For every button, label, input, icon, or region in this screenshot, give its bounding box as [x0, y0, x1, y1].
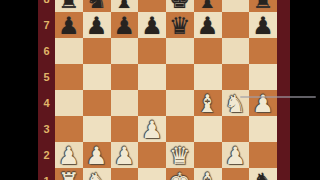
square-e8[interactable]: ♚: [166, 0, 194, 12]
square-c5[interactable]: [111, 64, 139, 90]
rank-label-8: 8: [38, 0, 55, 6]
rank-label-2: 2: [38, 148, 55, 162]
white-bishop-f4[interactable]: ♝: [197, 92, 219, 116]
black-pawn-a7[interactable]: ♟: [58, 14, 80, 38]
square-d1[interactable]: [138, 168, 166, 180]
white-king-e1[interactable]: ♚: [169, 170, 191, 180]
black-pawn-d7[interactable]: ♟: [141, 14, 163, 38]
square-b1[interactable]: ♞: [83, 168, 111, 180]
square-f8[interactable]: ♝: [194, 0, 222, 12]
square-c1[interactable]: [111, 168, 139, 180]
black-pawn-h7[interactable]: ♟: [252, 14, 274, 38]
square-d4[interactable]: [138, 90, 166, 116]
rank-label-1: 1: [38, 174, 55, 180]
rank-label-5: 5: [38, 70, 55, 84]
square-a6[interactable]: [55, 38, 83, 64]
black-bishop-f8[interactable]: ♝: [197, 0, 219, 12]
chess-board: ♜♞♝♚♝♜♟♟♟♟♛♟♟♝♞♟♟♟♟♟♛♟♜♞♚♝♞: [55, 0, 277, 180]
square-e5[interactable]: [166, 64, 194, 90]
square-c3[interactable]: [111, 116, 139, 142]
annotation-line: [240, 96, 316, 98]
square-c8[interactable]: ♝: [111, 0, 139, 12]
square-e3[interactable]: [166, 116, 194, 142]
square-c7[interactable]: ♟: [111, 12, 139, 38]
black-queen-e7[interactable]: ♛: [169, 14, 191, 38]
white-rook-a1[interactable]: ♜: [58, 170, 80, 180]
black-pawn-c7[interactable]: ♟: [114, 14, 136, 38]
square-g2[interactable]: ♟: [222, 142, 250, 168]
square-g4[interactable]: ♞: [222, 90, 250, 116]
square-e6[interactable]: [166, 38, 194, 64]
white-pawn-a2[interactable]: ♟: [58, 144, 80, 168]
square-f5[interactable]: [194, 64, 222, 90]
black-pawn-b7[interactable]: ♟: [86, 14, 108, 38]
square-b4[interactable]: [83, 90, 111, 116]
square-h6[interactable]: [249, 38, 277, 64]
square-a2[interactable]: ♟: [55, 142, 83, 168]
black-pawn-f7[interactable]: ♟: [197, 14, 219, 38]
rank-label-7: 7: [38, 18, 55, 32]
square-h3[interactable]: [249, 116, 277, 142]
square-c2[interactable]: ♟: [111, 142, 139, 168]
square-f4[interactable]: ♝: [194, 90, 222, 116]
square-f7[interactable]: ♟: [194, 12, 222, 38]
square-g1[interactable]: [222, 168, 250, 180]
square-a7[interactable]: ♟: [55, 12, 83, 38]
white-knight-b1[interactable]: ♞: [86, 170, 108, 180]
square-g6[interactable]: [222, 38, 250, 64]
square-b8[interactable]: ♞: [83, 0, 111, 12]
video-frame: ♜♞♝♚♝♜♟♟♟♟♛♟♟♝♞♟♟♟♟♟♛♟♜♞♚♝♞ 87654321: [0, 0, 320, 180]
black-rook-a8[interactable]: ♜: [58, 0, 80, 12]
square-d8[interactable]: [138, 0, 166, 12]
square-e2[interactable]: ♛: [166, 142, 194, 168]
square-d2[interactable]: [138, 142, 166, 168]
square-b7[interactable]: ♟: [83, 12, 111, 38]
square-d6[interactable]: [138, 38, 166, 64]
white-pawn-b2[interactable]: ♟: [86, 144, 108, 168]
square-h8[interactable]: ♜: [249, 0, 277, 12]
square-b3[interactable]: [83, 116, 111, 142]
square-h7[interactable]: ♟: [249, 12, 277, 38]
square-a3[interactable]: [55, 116, 83, 142]
square-f2[interactable]: [194, 142, 222, 168]
square-h4[interactable]: ♟: [249, 90, 277, 116]
square-a4[interactable]: [55, 90, 83, 116]
square-d7[interactable]: ♟: [138, 12, 166, 38]
square-c4[interactable]: [111, 90, 139, 116]
square-h1[interactable]: ♞: [249, 168, 277, 180]
square-f6[interactable]: [194, 38, 222, 64]
black-knight-h1[interactable]: ♞: [252, 170, 274, 180]
square-b6[interactable]: [83, 38, 111, 64]
white-pawn-c2[interactable]: ♟: [114, 144, 136, 168]
square-a1[interactable]: ♜: [55, 168, 83, 180]
square-f3[interactable]: [194, 116, 222, 142]
square-c6[interactable]: [111, 38, 139, 64]
black-king-e8[interactable]: ♚: [169, 0, 191, 12]
square-d3[interactable]: ♟: [138, 116, 166, 142]
square-e7[interactable]: ♛: [166, 12, 194, 38]
black-knight-b8[interactable]: ♞: [86, 0, 108, 12]
square-h2[interactable]: [249, 142, 277, 168]
black-rook-h8[interactable]: ♜: [252, 0, 274, 12]
rank-label-4: 4: [38, 96, 55, 110]
rank-label-3: 3: [38, 122, 55, 136]
square-g7[interactable]: [222, 12, 250, 38]
square-h5[interactable]: [249, 64, 277, 90]
rank-label-6: 6: [38, 44, 55, 58]
square-a8[interactable]: ♜: [55, 0, 83, 12]
square-d5[interactable]: [138, 64, 166, 90]
square-e1[interactable]: ♚: [166, 168, 194, 180]
square-f1[interactable]: ♝: [194, 168, 222, 180]
square-b5[interactable]: [83, 64, 111, 90]
white-pawn-d3[interactable]: ♟: [141, 118, 163, 142]
black-bishop-c8[interactable]: ♝: [114, 0, 136, 12]
square-e4[interactable]: [166, 90, 194, 116]
white-pawn-g2[interactable]: ♟: [225, 144, 247, 168]
square-g3[interactable]: [222, 116, 250, 142]
white-queen-e2[interactable]: ♛: [169, 144, 191, 168]
square-g5[interactable]: [222, 64, 250, 90]
square-b2[interactable]: ♟: [83, 142, 111, 168]
white-bishop-f1[interactable]: ♝: [197, 170, 219, 180]
square-g8[interactable]: [222, 0, 250, 12]
square-a5[interactable]: [55, 64, 83, 90]
